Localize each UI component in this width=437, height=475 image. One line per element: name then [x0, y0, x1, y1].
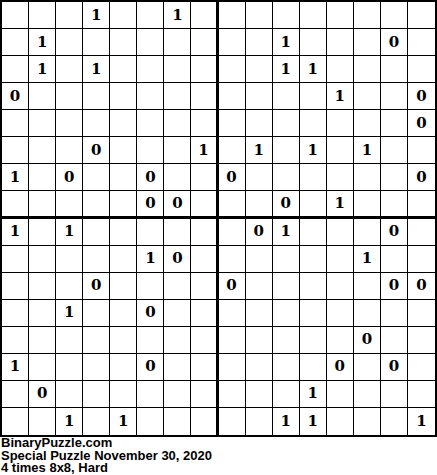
cell-r4-c12[interactable]: [300, 83, 327, 110]
cell-r3-c2-given: 1: [29, 56, 56, 83]
cell-r11-c14[interactable]: [354, 273, 381, 300]
cell-r16-c2[interactable]: [29, 408, 56, 435]
cell-r8-c6-given: 0: [137, 191, 164, 218]
cell-r8-c15[interactable]: [381, 191, 408, 218]
cell-r8-c5[interactable]: [110, 191, 137, 218]
cell-r8-c14[interactable]: [354, 191, 381, 218]
cell-r4-c5[interactable]: [110, 83, 137, 110]
cell-r12-c3-given: 1: [56, 300, 83, 327]
cell-r6-c13[interactable]: [327, 137, 354, 164]
cell-r11-c2[interactable]: [29, 273, 56, 300]
puzzle-page: 1111011110100011111000000011101010100001…: [0, 0, 437, 475]
cell-r7-c5[interactable]: [110, 164, 137, 191]
cell-r9-c7[interactable]: [164, 219, 191, 246]
cell-r15-c9[interactable]: [219, 381, 246, 408]
cell-r3-c11-given: 1: [273, 56, 300, 83]
cell-r3-c14[interactable]: [354, 56, 381, 83]
cell-r5-c3[interactable]: [56, 110, 83, 137]
cell-r10-c5[interactable]: [110, 246, 137, 273]
cell-r2-c7[interactable]: [164, 29, 191, 56]
cell-r8-c9[interactable]: [219, 191, 246, 218]
cell-r10-c9[interactable]: [219, 246, 246, 273]
cell-r3-c13[interactable]: [327, 56, 354, 83]
cell-r16-c8[interactable]: [191, 408, 218, 435]
cell-r16-c9[interactable]: [219, 408, 246, 435]
cell-r14-c8[interactable]: [191, 354, 218, 381]
cell-r1-c8[interactable]: [191, 2, 218, 29]
cell-r2-c3[interactable]: [56, 29, 83, 56]
cell-r11-c5[interactable]: [110, 273, 137, 300]
cell-r9-c11-given: 1: [273, 219, 300, 246]
cell-r16-c6[interactable]: [137, 408, 164, 435]
cell-r11-c15-given: 0: [381, 273, 408, 300]
cell-r8-c13-given: 1: [327, 191, 354, 218]
cell-r15-c12-given: 1: [300, 381, 327, 408]
cell-r5-c7[interactable]: [164, 110, 191, 137]
cell-r7-c9-given: 0: [219, 164, 246, 191]
cell-r10-c16[interactable]: [408, 246, 435, 273]
cell-r6-c9[interactable]: [219, 137, 246, 164]
cell-r14-c4[interactable]: [83, 354, 110, 381]
cell-r1-c4-given: 1: [83, 2, 110, 29]
cell-r13-c11[interactable]: [273, 327, 300, 354]
cell-r16-c10[interactable]: [246, 408, 273, 435]
cell-r14-c10[interactable]: [246, 354, 273, 381]
cell-r7-c12[interactable]: [300, 164, 327, 191]
cell-r2-c11-given: 1: [273, 29, 300, 56]
cell-r6-c16[interactable]: [408, 137, 435, 164]
cell-r14-c3[interactable]: [56, 354, 83, 381]
cell-r6-c3[interactable]: [56, 137, 83, 164]
cell-r7-c1-given: 1: [2, 164, 29, 191]
cell-r13-c13[interactable]: [327, 327, 354, 354]
cell-r3-c10[interactable]: [246, 56, 273, 83]
cell-r2-c5[interactable]: [110, 29, 137, 56]
cell-r15-c13[interactable]: [327, 381, 354, 408]
cell-r10-c2[interactable]: [29, 246, 56, 273]
cell-r5-c8[interactable]: [191, 110, 218, 137]
cell-r14-c13-given: 0: [327, 354, 354, 381]
cell-r16-c14[interactable]: [354, 408, 381, 435]
cell-r16-c13[interactable]: [327, 408, 354, 435]
cell-r9-c14[interactable]: [354, 219, 381, 246]
cell-r13-c5[interactable]: [110, 327, 137, 354]
cell-r10-c4[interactable]: [83, 246, 110, 273]
cell-r11-c1[interactable]: [2, 273, 29, 300]
cell-r9-c10-given: 0: [246, 219, 273, 246]
cell-r6-c12-given: 1: [300, 137, 327, 164]
cell-r5-c6[interactable]: [137, 110, 164, 137]
cell-r1-c5[interactable]: [110, 2, 137, 29]
cell-r11-c6[interactable]: [137, 273, 164, 300]
cell-r5-c10[interactable]: [246, 110, 273, 137]
cell-r6-c2[interactable]: [29, 137, 56, 164]
cell-r7-c16-given: 0: [408, 164, 435, 191]
cell-r14-c11[interactable]: [273, 354, 300, 381]
cell-r11-c11[interactable]: [273, 273, 300, 300]
cell-r13-c14-given: 0: [354, 327, 381, 354]
cell-r13-c3[interactable]: [56, 327, 83, 354]
cell-r1-c11[interactable]: [273, 2, 300, 29]
cell-r6-c6[interactable]: [137, 137, 164, 164]
cell-r13-c15[interactable]: [381, 327, 408, 354]
cell-r13-c16[interactable]: [408, 327, 435, 354]
cell-r13-c9[interactable]: [219, 327, 246, 354]
cell-r5-c14[interactable]: [354, 110, 381, 137]
cell-r9-c6[interactable]: [137, 219, 164, 246]
cell-r14-c16[interactable]: [408, 354, 435, 381]
cell-r9-c16[interactable]: [408, 219, 435, 246]
cell-r3-c15[interactable]: [381, 56, 408, 83]
cell-r1-c2[interactable]: [29, 2, 56, 29]
cell-r9-c13[interactable]: [327, 219, 354, 246]
cell-r1-c9[interactable]: [219, 2, 246, 29]
cell-r1-c15[interactable]: [381, 2, 408, 29]
cell-r13-c1[interactable]: [2, 327, 29, 354]
cell-r13-c8[interactable]: [191, 327, 218, 354]
cell-r9-c3-given: 1: [56, 219, 83, 246]
cell-r8-c4[interactable]: [83, 191, 110, 218]
cell-r5-c9[interactable]: [219, 110, 246, 137]
cell-r16-c12-given: 1: [300, 408, 327, 435]
cell-r16-c1[interactable]: [2, 408, 29, 435]
cell-r15-c16[interactable]: [408, 381, 435, 408]
cell-r10-c15[interactable]: [381, 246, 408, 273]
cell-r1-c16[interactable]: [408, 2, 435, 29]
cell-r10-c6-given: 1: [137, 246, 164, 273]
cell-r10-c7-given: 0: [164, 246, 191, 273]
cell-r1-c1[interactable]: [2, 2, 29, 29]
cell-r15-c11[interactable]: [273, 381, 300, 408]
cell-r11-c8[interactable]: [191, 273, 218, 300]
cell-r4-c2[interactable]: [29, 83, 56, 110]
cell-r7-c8[interactable]: [191, 164, 218, 191]
cell-r8-c12[interactable]: [300, 191, 327, 218]
cell-r1-c3[interactable]: [56, 2, 83, 29]
cell-r5-c5[interactable]: [110, 110, 137, 137]
cell-r7-c15[interactable]: [381, 164, 408, 191]
cell-r6-c11[interactable]: [273, 137, 300, 164]
cell-r12-c13[interactable]: [327, 300, 354, 327]
cell-r4-c7[interactable]: [164, 83, 191, 110]
cell-r12-c5[interactable]: [110, 300, 137, 327]
cell-r7-c3-given: 0: [56, 164, 83, 191]
cell-r12-c6-given: 0: [137, 300, 164, 327]
cell-r8-c11-given: 0: [273, 191, 300, 218]
cell-r8-c16[interactable]: [408, 191, 435, 218]
cell-r1-c6[interactable]: [137, 2, 164, 29]
cell-r15-c2-given: 0: [29, 381, 56, 408]
cell-r3-c4-given: 1: [83, 56, 110, 83]
cell-r13-c2[interactable]: [29, 327, 56, 354]
cell-r10-c11[interactable]: [273, 246, 300, 273]
cell-r15-c5[interactable]: [110, 381, 137, 408]
cell-r4-c9[interactable]: [219, 83, 246, 110]
cell-r9-c15-given: 0: [381, 219, 408, 246]
cell-r6-c10-given: 1: [246, 137, 273, 164]
cell-r15-c14[interactable]: [354, 381, 381, 408]
cell-r11-c13[interactable]: [327, 273, 354, 300]
cell-r12-c2[interactable]: [29, 300, 56, 327]
cell-r16-c7[interactable]: [164, 408, 191, 435]
cell-r4-c6[interactable]: [137, 83, 164, 110]
cell-r15-c6[interactable]: [137, 381, 164, 408]
cell-r16-c5-given: 1: [110, 408, 137, 435]
cell-r2-c1[interactable]: [2, 29, 29, 56]
cell-r2-c4[interactable]: [83, 29, 110, 56]
cell-r8-c2[interactable]: [29, 191, 56, 218]
cell-r6-c5[interactable]: [110, 137, 137, 164]
cell-r2-c13[interactable]: [327, 29, 354, 56]
cell-r9-c12[interactable]: [300, 219, 327, 246]
cell-r3-c1[interactable]: [2, 56, 29, 83]
cell-r14-c5[interactable]: [110, 354, 137, 381]
cell-r3-c9[interactable]: [219, 56, 246, 83]
cell-r12-c12[interactable]: [300, 300, 327, 327]
cell-r11-c12[interactable]: [300, 273, 327, 300]
cell-r4-c11[interactable]: [273, 83, 300, 110]
cell-r6-c1[interactable]: [2, 137, 29, 164]
cell-r4-c8[interactable]: [191, 83, 218, 110]
cell-r12-c11[interactable]: [273, 300, 300, 327]
cell-r11-c16-given: 0: [408, 273, 435, 300]
cell-r2-c8[interactable]: [191, 29, 218, 56]
cell-r12-c14[interactable]: [354, 300, 381, 327]
cell-r10-c14-given: 1: [354, 246, 381, 273]
cell-r4-c10[interactable]: [246, 83, 273, 110]
cell-r7-c2[interactable]: [29, 164, 56, 191]
cell-r11-c3[interactable]: [56, 273, 83, 300]
cell-r1-c12[interactable]: [300, 2, 327, 29]
cell-r3-c5[interactable]: [110, 56, 137, 83]
cell-r3-c8[interactable]: [191, 56, 218, 83]
cell-r7-c13[interactable]: [327, 164, 354, 191]
cell-r12-c16[interactable]: [408, 300, 435, 327]
cell-r16-c16-given: 1: [408, 408, 435, 435]
cell-r8-c8[interactable]: [191, 191, 218, 218]
cell-r13-c7[interactable]: [164, 327, 191, 354]
cell-r14-c9[interactable]: [219, 354, 246, 381]
cell-r14-c12[interactable]: [300, 354, 327, 381]
cell-r4-c14[interactable]: [354, 83, 381, 110]
footer: BinaryPuzzle.com Special Puzzle November…: [0, 437, 437, 475]
cell-r12-c4[interactable]: [83, 300, 110, 327]
cell-r4-c15[interactable]: [381, 83, 408, 110]
cell-r16-c3-given: 1: [56, 408, 83, 435]
cell-r1-c7-given: 1: [164, 2, 191, 29]
cell-r9-c2[interactable]: [29, 219, 56, 246]
cell-r7-c6-given: 0: [137, 164, 164, 191]
cell-r6-c15[interactable]: [381, 137, 408, 164]
cell-r16-c4[interactable]: [83, 408, 110, 435]
cell-r5-c15[interactable]: [381, 110, 408, 137]
cell-r10-c10[interactable]: [246, 246, 273, 273]
puzzle-spec: 4 times 8x8, Hard: [1, 462, 437, 475]
cell-r13-c10[interactable]: [246, 327, 273, 354]
cell-r13-c12[interactable]: [300, 327, 327, 354]
cell-r1-c13[interactable]: [327, 2, 354, 29]
cell-r15-c1[interactable]: [2, 381, 29, 408]
cell-r8-c1[interactable]: [2, 191, 29, 218]
cell-r9-c4[interactable]: [83, 219, 110, 246]
cell-r14-c14[interactable]: [354, 354, 381, 381]
cell-r7-c11[interactable]: [273, 164, 300, 191]
cell-r7-c4[interactable]: [83, 164, 110, 191]
cell-r2-c16[interactable]: [408, 29, 435, 56]
cell-r6-c4-given: 0: [83, 137, 110, 164]
cell-r3-c6[interactable]: [137, 56, 164, 83]
cell-r2-c2-given: 1: [29, 29, 56, 56]
cell-r14-c1-given: 1: [2, 354, 29, 381]
cell-r8-c3[interactable]: [56, 191, 83, 218]
cell-r14-c15-given: 0: [381, 354, 408, 381]
cell-r5-c4[interactable]: [83, 110, 110, 137]
cell-r10-c3[interactable]: [56, 246, 83, 273]
cell-r8-c7-given: 0: [164, 191, 191, 218]
cell-r5-c12[interactable]: [300, 110, 327, 137]
binary-puzzle-board: 1111011110100011111000000011101010100001…: [0, 0, 437, 437]
cell-r5-c16-given: 0: [408, 110, 435, 137]
cell-r9-c1-given: 1: [2, 219, 29, 246]
cell-r3-c16[interactable]: [408, 56, 435, 83]
cell-r1-c10[interactable]: [246, 2, 273, 29]
cell-r12-c7[interactable]: [164, 300, 191, 327]
cell-r2-c12[interactable]: [300, 29, 327, 56]
cell-r6-c8-given: 1: [191, 137, 218, 164]
cell-r2-c6[interactable]: [137, 29, 164, 56]
cell-r15-c8[interactable]: [191, 381, 218, 408]
cell-r10-c1[interactable]: [2, 246, 29, 273]
cell-r15-c10[interactable]: [246, 381, 273, 408]
cell-r2-c14[interactable]: [354, 29, 381, 56]
cell-r12-c8[interactable]: [191, 300, 218, 327]
cell-r10-c12[interactable]: [300, 246, 327, 273]
cell-r5-c2[interactable]: [29, 110, 56, 137]
cell-r13-c6[interactable]: [137, 327, 164, 354]
cell-r4-c3[interactable]: [56, 83, 83, 110]
cell-r2-c10[interactable]: [246, 29, 273, 56]
cell-r7-c7[interactable]: [164, 164, 191, 191]
cell-r5-c1[interactable]: [2, 110, 29, 137]
cell-r14-c6-given: 0: [137, 354, 164, 381]
cell-r2-c15-given: 0: [381, 29, 408, 56]
cell-r12-c15[interactable]: [381, 300, 408, 327]
cell-r5-c13[interactable]: [327, 110, 354, 137]
cell-r10-c8[interactable]: [191, 246, 218, 273]
cell-r9-c9[interactable]: [219, 219, 246, 246]
cell-r16-c15[interactable]: [381, 408, 408, 435]
cell-r7-c14[interactable]: [354, 164, 381, 191]
cell-r7-c10[interactable]: [246, 164, 273, 191]
cell-r10-c13[interactable]: [327, 246, 354, 273]
cell-r9-c5[interactable]: [110, 219, 137, 246]
cell-r1-c14[interactable]: [354, 2, 381, 29]
cell-r4-c4[interactable]: [83, 83, 110, 110]
cell-r16-c11-given: 1: [273, 408, 300, 435]
cell-r5-c11[interactable]: [273, 110, 300, 137]
cell-r3-c7[interactable]: [164, 56, 191, 83]
cell-r11-c10[interactable]: [246, 273, 273, 300]
cell-r13-c4[interactable]: [83, 327, 110, 354]
cell-r11-c7[interactable]: [164, 273, 191, 300]
cell-r11-c9-given: 0: [219, 273, 246, 300]
cell-r3-c12-given: 1: [300, 56, 327, 83]
cell-r12-c9[interactable]: [219, 300, 246, 327]
cell-r2-c9[interactable]: [219, 29, 246, 56]
cell-r4-c13-given: 1: [327, 83, 354, 110]
cell-r15-c4[interactable]: [83, 381, 110, 408]
cell-r4-c1-given: 0: [2, 83, 29, 110]
cell-r15-c7[interactable]: [164, 381, 191, 408]
cell-r8-c10[interactable]: [246, 191, 273, 218]
cell-r14-c2[interactable]: [29, 354, 56, 381]
cell-r6-c14-given: 1: [354, 137, 381, 164]
cell-r9-c8[interactable]: [191, 219, 218, 246]
cell-r12-c10[interactable]: [246, 300, 273, 327]
cell-r3-c3[interactable]: [56, 56, 83, 83]
cell-r14-c7[interactable]: [164, 354, 191, 381]
cell-r15-c15[interactable]: [381, 381, 408, 408]
cell-r11-c4-given: 0: [83, 273, 110, 300]
cell-r4-c16-given: 0: [408, 83, 435, 110]
cell-r6-c7[interactable]: [164, 137, 191, 164]
cell-r12-c1[interactable]: [2, 300, 29, 327]
cell-r15-c3[interactable]: [56, 381, 83, 408]
